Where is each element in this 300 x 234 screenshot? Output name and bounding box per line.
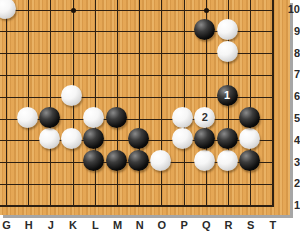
row-label: 9	[286, 25, 300, 37]
white-stone	[217, 19, 238, 40]
column-label: K	[64, 219, 82, 231]
white-stone	[83, 107, 104, 128]
row-label: 2	[286, 177, 300, 189]
white-stone	[150, 150, 171, 171]
black-stone	[239, 150, 260, 171]
black-stone	[83, 150, 104, 171]
go-board-diagram: 21 GHJKLMNOPQRST10987654321	[0, 0, 300, 234]
black-stone	[106, 150, 127, 171]
column-label: S	[242, 219, 260, 231]
white-stone	[217, 150, 238, 171]
white-stone	[17, 107, 38, 128]
move-number-label: 2	[202, 112, 208, 123]
move-number-label: 1	[224, 90, 230, 101]
column-label: J	[42, 219, 60, 231]
white-stone	[39, 128, 60, 149]
white-stone	[194, 150, 215, 171]
row-label: 3	[286, 156, 300, 168]
black-stone	[83, 128, 104, 149]
black-stone	[217, 128, 238, 149]
row-label: 1	[286, 199, 300, 211]
grid-line-horizontal	[0, 184, 274, 185]
grid-line-horizontal	[0, 205, 274, 207]
column-label: Q	[197, 219, 215, 231]
row-label: 6	[286, 90, 300, 102]
white-stone	[239, 128, 260, 149]
go-board[interactable]: 21	[0, 0, 290, 215]
column-label: O	[153, 219, 171, 231]
grid-line-horizontal	[0, 10, 274, 11]
white-stone: 2	[194, 107, 215, 128]
black-stone: 1	[217, 85, 238, 106]
black-stone	[106, 107, 127, 128]
row-label: 10	[286, 3, 300, 15]
grid-line-horizontal	[0, 75, 274, 76]
white-stone	[217, 41, 238, 62]
white-stone	[172, 128, 193, 149]
white-stone	[172, 107, 193, 128]
black-stone	[128, 150, 149, 171]
black-stone	[194, 128, 215, 149]
column-label: R	[220, 219, 238, 231]
column-label: H	[20, 219, 38, 231]
black-stone	[128, 128, 149, 149]
white-stone	[0, 0, 16, 19]
column-label: T	[264, 219, 282, 231]
black-stone	[194, 19, 215, 40]
column-label: P	[175, 219, 193, 231]
column-label: M	[109, 219, 127, 231]
column-label: L	[86, 219, 104, 231]
row-label: 5	[286, 112, 300, 124]
black-stone	[239, 107, 260, 128]
row-label: 7	[286, 68, 300, 80]
star-point	[71, 8, 76, 13]
black-stone	[39, 107, 60, 128]
white-stone	[61, 85, 82, 106]
row-label: 8	[286, 47, 300, 59]
row-label: 4	[286, 134, 300, 146]
white-stone	[61, 128, 82, 149]
column-label: G	[0, 219, 16, 231]
star-point	[204, 8, 209, 13]
column-label: N	[131, 219, 149, 231]
